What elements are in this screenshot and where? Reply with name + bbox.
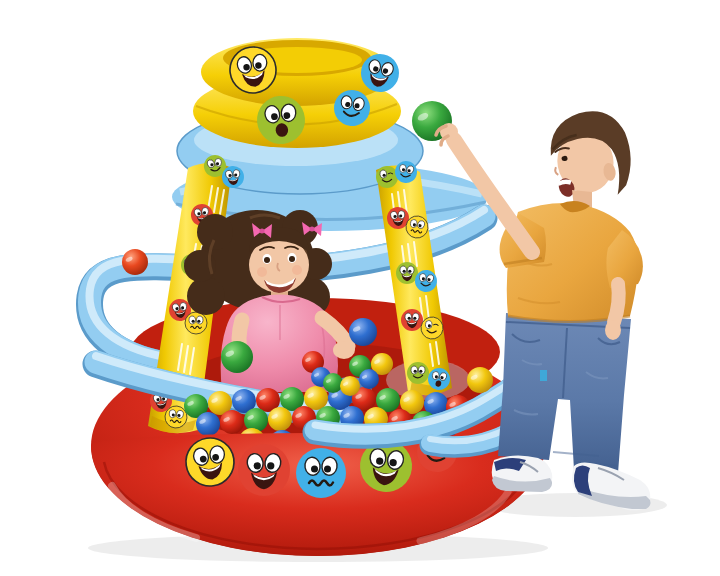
ball-at-ramp-exit	[467, 367, 493, 393]
play-ball-green	[323, 373, 343, 393]
boy-right-forearm	[614, 284, 619, 322]
play-ball-yellow	[304, 386, 328, 410]
smiley-face-red	[401, 309, 423, 331]
play-ball-blue	[196, 412, 220, 436]
play-ball-yellow	[340, 376, 360, 396]
smiley-face-blue	[296, 448, 346, 498]
play-ball-green	[221, 341, 253, 373]
boy-nose	[555, 167, 559, 175]
play-ball-yellow	[467, 367, 493, 393]
play-ball-orange	[122, 249, 148, 275]
girl-left-hand	[333, 341, 355, 359]
smiley-face-green	[376, 166, 398, 188]
smiley-face-green	[407, 362, 429, 384]
smiley-face-green	[396, 262, 418, 284]
product-photo-stage	[0, 0, 720, 576]
jeans-tag	[540, 370, 547, 381]
play-ball-blue	[349, 318, 377, 346]
smiley-face-red	[238, 444, 290, 496]
boy-right-hand	[605, 320, 621, 340]
smiley-face-yellow	[185, 312, 207, 334]
girl-blush-left	[257, 267, 267, 277]
boy-head	[544, 105, 637, 205]
boy-left-shoe	[492, 455, 553, 492]
play-ball-red	[220, 410, 244, 434]
play-ball-blue	[359, 369, 379, 389]
play-ball-green	[244, 408, 268, 432]
play-ball-yellow	[268, 407, 292, 431]
girl-blush-right	[292, 265, 302, 275]
ball-on-ramp	[122, 249, 148, 275]
